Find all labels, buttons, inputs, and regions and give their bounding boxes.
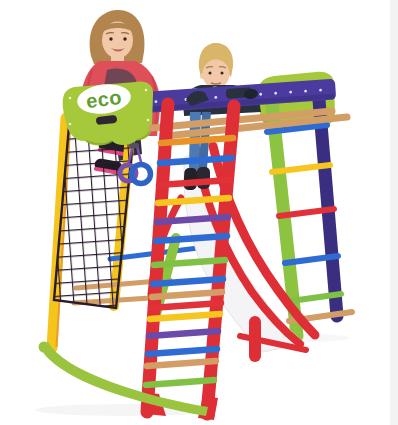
- boy-boot: [197, 167, 210, 189]
- eco-panel: eco: [63, 81, 153, 145]
- climbing-complex-illustration: eco: [0, 0, 398, 425]
- right-edge-band: [390, 0, 398, 425]
- eco-badge-label: eco: [85, 86, 123, 112]
- product-photo-stage: eco: [0, 0, 398, 425]
- boy-boot: [183, 168, 197, 191]
